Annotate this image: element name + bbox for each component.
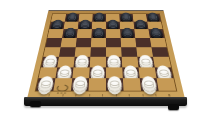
white-piece[interactable]: ⛀ [123, 65, 138, 79]
white-piece[interactable]: ⛀ [72, 76, 88, 91]
square-2-3[interactable]: ⛂ [78, 21, 93, 29]
square-7-2[interactable]: ⛀ [55, 67, 73, 78]
square-1-6[interactable]: ⛂ [119, 14, 133, 22]
square-4-4[interactable] [91, 38, 106, 47]
square-5-2[interactable] [59, 47, 76, 57]
square-3-2[interactable]: ⛂ [62, 29, 78, 38]
white-piece[interactable]: ⛀ [107, 55, 121, 68]
square-5-4[interactable] [90, 47, 106, 57]
square-3-5[interactable] [106, 29, 121, 38]
square-4-7[interactable] [135, 38, 151, 47]
square-8-5[interactable]: ⛀ [106, 79, 124, 91]
square-3-8[interactable]: ⛂ [148, 29, 164, 38]
square-4-1[interactable] [45, 38, 62, 47]
square-5-6[interactable] [121, 47, 137, 57]
square-4-5[interactable] [106, 38, 121, 47]
square-2-7[interactable]: ⛂ [133, 21, 148, 29]
board-scene: ⛂⛂⛂⛂⛂⛂⛂⛂⛂⛂⛂⛂⛀⛀⛀⛀⛀⛀⛀⛀⛀⛀⛀⛀ [27, 9, 185, 99]
board-foot-left [30, 101, 41, 107]
square-2-5[interactable]: ⛂ [106, 21, 120, 29]
square-6-3[interactable]: ⛀ [74, 57, 91, 67]
board-grid: ⛂⛂⛂⛂⛂⛂⛂⛂⛂⛂⛂⛂⛀⛀⛀⛀⛀⛀⛀⛀⛀⛀⛀⛀ [35, 13, 178, 91]
square-8-6[interactable] [123, 79, 141, 91]
square-3-6[interactable]: ⛂ [120, 29, 135, 38]
square-1-8[interactable]: ⛂ [146, 14, 161, 22]
square-3-7[interactable] [134, 29, 150, 38]
photo-background: ⛂⛂⛂⛂⛂⛂⛂⛂⛂⛂⛂⛂⛀⛀⛀⛀⛀⛀⛀⛀⛀⛀⛀⛀ [0, 0, 200, 133]
white-piece[interactable]: ⛀ [107, 76, 122, 91]
square-7-4[interactable]: ⛀ [89, 67, 106, 78]
white-piece[interactable]: ⛀ [37, 76, 54, 91]
white-piece[interactable]: ⛀ [138, 55, 153, 68]
square-4-6[interactable] [121, 38, 137, 47]
white-piece[interactable]: ⛀ [57, 65, 73, 79]
square-1-2[interactable]: ⛂ [65, 14, 80, 22]
white-piece[interactable]: ⛀ [156, 65, 173, 79]
square-7-6[interactable]: ⛀ [122, 67, 139, 78]
checkers-board: ⛂⛂⛂⛂⛂⛂⛂⛂⛂⛂⛂⛂⛀⛀⛀⛀⛀⛀⛀⛀⛀⛀⛀⛀ [27, 10, 185, 99]
square-8-1[interactable]: ⛀ [36, 79, 56, 91]
square-4-3[interactable] [76, 38, 92, 47]
board-front-edge [24, 97, 187, 106]
square-1-4[interactable]: ⛂ [92, 14, 106, 22]
square-8-8[interactable] [157, 79, 177, 91]
square-2-1[interactable]: ⛂ [49, 21, 64, 29]
white-piece[interactable]: ⛀ [141, 76, 157, 91]
square-8-3[interactable]: ⛀ [71, 79, 89, 91]
square-8-7[interactable]: ⛀ [140, 79, 159, 91]
square-7-8[interactable]: ⛀ [155, 67, 174, 78]
white-piece[interactable]: ⛀ [75, 55, 89, 68]
square-6-1[interactable]: ⛀ [41, 57, 59, 67]
square-3-3[interactable] [77, 29, 92, 38]
square-8-4[interactable] [88, 79, 106, 91]
square-3-4[interactable]: ⛂ [91, 29, 106, 38]
board-foot-right [168, 104, 179, 110]
square-5-8[interactable] [151, 47, 168, 57]
white-piece[interactable]: ⛀ [90, 65, 104, 79]
square-6-5[interactable]: ⛀ [106, 57, 122, 67]
brand-logo-icon [54, 83, 71, 93]
square-4-8[interactable] [150, 38, 167, 47]
square-6-7[interactable]: ⛀ [137, 57, 154, 67]
white-piece[interactable]: ⛀ [42, 55, 58, 68]
square-4-2[interactable] [61, 38, 77, 47]
square-3-1[interactable] [47, 29, 63, 38]
